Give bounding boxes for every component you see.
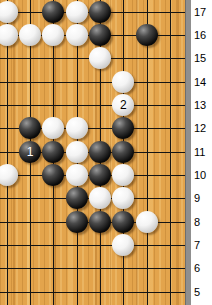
stone-white[interactable] <box>66 141 88 163</box>
row-coordinate-gutter: 171615141312111098765 <box>191 0 212 305</box>
row-coordinate-label: 17 <box>194 0 212 24</box>
stone-black[interactable] <box>89 211 111 233</box>
stone-black[interactable] <box>112 117 134 139</box>
stone-white[interactable] <box>66 164 88 186</box>
move-2-stone-white[interactable]: 2 <box>112 94 134 116</box>
row-coordinate-label: 10 <box>194 163 212 187</box>
row-coordinate-label: 11 <box>194 140 212 164</box>
stone-white[interactable] <box>136 211 158 233</box>
stone-black[interactable] <box>66 211 88 233</box>
stone-black[interactable] <box>42 164 64 186</box>
stone-black[interactable] <box>89 141 111 163</box>
stone-white[interactable] <box>66 1 88 23</box>
board-horizontal-line <box>0 292 185 293</box>
stone-white[interactable] <box>0 164 18 186</box>
stone-white[interactable] <box>89 187 111 209</box>
stone-black[interactable] <box>66 187 88 209</box>
row-coordinate-label: 16 <box>194 23 212 47</box>
go-app-window: 21 171615141312111098765 <box>0 0 212 305</box>
stone-white[interactable] <box>112 187 134 209</box>
row-coordinate-label: 9 <box>194 186 212 210</box>
stone-white[interactable] <box>42 24 64 46</box>
stone-white[interactable] <box>42 117 64 139</box>
row-coordinate-label: 6 <box>194 256 212 280</box>
board-horizontal-line <box>0 105 185 106</box>
row-coordinate-label: 13 <box>194 93 212 117</box>
board-horizontal-line <box>0 82 185 83</box>
row-coordinate-label: 5 <box>194 280 212 304</box>
board-horizontal-line <box>0 268 185 269</box>
row-coordinate-label: 12 <box>194 116 212 140</box>
stone-black[interactable] <box>112 211 134 233</box>
stone-black[interactable] <box>19 117 41 139</box>
row-coordinate-label: 8 <box>194 210 212 234</box>
stone-black[interactable] <box>136 24 158 46</box>
stone-white[interactable] <box>112 164 134 186</box>
stone-white[interactable] <box>0 24 18 46</box>
row-coordinate-label: 14 <box>194 70 212 94</box>
stone-black[interactable] <box>89 1 111 23</box>
row-coordinate-label: 15 <box>194 46 212 70</box>
stone-black[interactable] <box>89 164 111 186</box>
stone-white[interactable] <box>66 117 88 139</box>
go-board[interactable]: 21 <box>0 0 185 305</box>
stone-black[interactable] <box>42 141 64 163</box>
stone-black[interactable] <box>42 1 64 23</box>
stone-white[interactable] <box>89 47 111 69</box>
stone-white[interactable] <box>66 24 88 46</box>
stone-white[interactable] <box>19 24 41 46</box>
row-coordinate-label: 7 <box>194 233 212 257</box>
stone-white[interactable] <box>112 71 134 93</box>
stone-black[interactable] <box>89 24 111 46</box>
board-horizontal-line <box>0 245 185 246</box>
stone-white[interactable] <box>112 234 134 256</box>
move-1-stone-black[interactable]: 1 <box>19 141 41 163</box>
stone-white[interactable] <box>0 1 18 23</box>
stone-black[interactable] <box>112 141 134 163</box>
